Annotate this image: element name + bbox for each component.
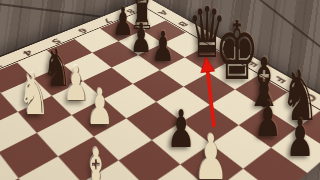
file-label-text: C	[196, 32, 210, 40]
file-label-text: F	[271, 75, 287, 85]
file-label-text: B	[175, 20, 189, 27]
file-label-text: D	[218, 45, 234, 54]
file-label-text: E	[244, 59, 259, 68]
file-label-text: A	[156, 9, 169, 16]
